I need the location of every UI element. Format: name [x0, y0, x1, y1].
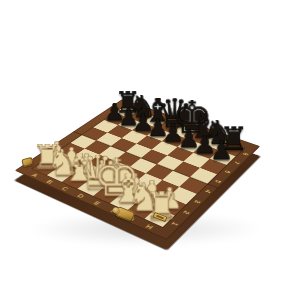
board-squares: ♜♞♝♛♚♝♞♜♟♟♟♟♟♟♟♟♟♟♟♟♟♟♟♟♜♞♝♛♚♝♞♜ [32, 106, 244, 227]
chess-set-photo: ♜♞♝♛♚♝♞♜♟♟♟♟♟♟♟♟♟♟♟♟♟♟♟♟♜♞♝♛♚♝♞♜ ABCDEFG… [0, 0, 285, 285]
piece-black-pawn[interactable]: ♟ [210, 140, 229, 160]
square-h7[interactable]: ♟ [210, 150, 236, 165]
